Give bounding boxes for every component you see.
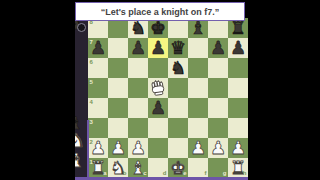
square-c7[interactable]: ♟ — [128, 38, 148, 58]
square-d6[interactable] — [148, 58, 168, 78]
square-h6[interactable] — [228, 58, 248, 78]
black-pawn[interactable]: ♟ — [210, 38, 226, 58]
square-f5[interactable] — [188, 78, 208, 98]
square-d2[interactable] — [148, 138, 168, 158]
white-rook[interactable]: ♜ — [230, 158, 246, 178]
black-knight[interactable]: ♞ — [170, 58, 186, 78]
white-bishop[interactable]: ♝ — [130, 158, 146, 178]
square-a7[interactable]: 7♟ — [88, 38, 108, 58]
file-label-d: d — [163, 170, 167, 176]
black-bishop[interactable]: ♝ — [190, 18, 206, 38]
square-d8[interactable]: ♚ — [148, 18, 168, 38]
square-f7[interactable] — [188, 38, 208, 58]
square-c4[interactable] — [128, 98, 148, 118]
square-e4[interactable] — [168, 98, 188, 118]
file-label-g: g — [223, 170, 227, 176]
white-pawn[interactable]: ♟ — [230, 138, 246, 158]
square-a2[interactable]: 2♟ — [88, 138, 108, 158]
black-knight[interactable]: ♞ — [130, 18, 146, 38]
square-a3[interactable]: 3 — [88, 118, 108, 138]
square-g8[interactable] — [208, 18, 228, 38]
square-e2[interactable] — [168, 138, 188, 158]
purple-edge-line — [87, 120, 89, 179]
rank-label-5: 5 — [90, 79, 93, 85]
square-b7[interactable] — [108, 38, 128, 58]
white-pawn[interactable]: ♟ — [130, 138, 146, 158]
square-d4[interactable]: ♟ — [148, 98, 168, 118]
square-c6[interactable] — [128, 58, 148, 78]
square-b4[interactable] — [108, 98, 128, 118]
square-b3[interactable] — [108, 118, 128, 138]
black-pawn[interactable]: ♟ — [150, 98, 166, 118]
rank-label-4: 4 — [90, 99, 93, 105]
square-f3[interactable] — [188, 118, 208, 138]
file-label-f: f — [205, 170, 207, 176]
rank-label-6: 6 — [90, 59, 93, 65]
square-d1[interactable]: d — [148, 158, 168, 178]
white-pawn[interactable]: ♟ — [210, 138, 226, 158]
square-b2[interactable]: ♟ — [108, 138, 128, 158]
tray-white-knight[interactable]: ♞ — [75, 131, 85, 150]
square-g6[interactable] — [208, 58, 228, 78]
square-f1[interactable]: f — [188, 158, 208, 178]
square-g3[interactable] — [208, 118, 228, 138]
square-a6[interactable]: 6 — [88, 58, 108, 78]
caption-bar: “Let's place a knight on f7.” — [75, 2, 245, 21]
square-g7[interactable]: ♟ — [208, 38, 228, 58]
square-g1[interactable]: g — [208, 158, 228, 178]
square-g4[interactable] — [208, 98, 228, 118]
square-f6[interactable] — [188, 58, 208, 78]
square-e7[interactable]: ♛ — [168, 38, 188, 58]
tray-white-bishop[interactable]: ♝ — [75, 151, 85, 170]
square-h1[interactable]: h♜ — [228, 158, 248, 178]
black-queen[interactable]: ♛ — [170, 38, 186, 58]
black-rook[interactable]: ♜ — [230, 18, 246, 38]
square-a8[interactable]: 8 — [88, 18, 108, 38]
square-g5[interactable] — [208, 78, 228, 98]
square-h2[interactable]: ♟ — [228, 138, 248, 158]
square-h8[interactable]: ♜ — [228, 18, 248, 38]
black-pawn[interactable]: ♟ — [230, 38, 246, 58]
square-c8[interactable]: ♞ — [128, 18, 148, 38]
chess-board[interactable]: 8♞♚♝♜7♟♟♟♛♟♟6♞54♟32♟♟♟♟♟♟1a♜b♞c♝de♚fgh♜ — [88, 18, 248, 178]
square-h4[interactable] — [228, 98, 248, 118]
square-c2[interactable]: ♟ — [128, 138, 148, 158]
square-a5[interactable]: 5 — [88, 78, 108, 98]
caption-text: “Let's place a knight on f7.” — [101, 7, 220, 17]
square-b1[interactable]: b♞ — [108, 158, 128, 178]
square-a4[interactable]: 4 — [88, 98, 108, 118]
white-knight[interactable]: ♞ — [110, 158, 126, 178]
square-b8[interactable] — [108, 18, 128, 38]
white-pawn[interactable]: ♟ — [90, 138, 106, 158]
square-b5[interactable] — [108, 78, 128, 98]
rank-label-3: 3 — [90, 119, 93, 125]
square-e1[interactable]: e♚ — [168, 158, 188, 178]
square-e8[interactable] — [168, 18, 188, 38]
square-c5[interactable] — [128, 78, 148, 98]
square-a1[interactable]: 1a♜ — [88, 158, 108, 178]
square-b6[interactable] — [108, 58, 128, 78]
square-f8[interactable]: ♝ — [188, 18, 208, 38]
clock-icon — [77, 23, 86, 32]
square-h3[interactable] — [228, 118, 248, 138]
white-rook[interactable]: ♜ — [90, 158, 106, 178]
square-f2[interactable]: ♟ — [188, 138, 208, 158]
black-king[interactable]: ♚ — [150, 18, 166, 38]
purple-bottom-bar — [75, 177, 248, 180]
white-pawn[interactable]: ♟ — [190, 138, 206, 158]
square-c1[interactable]: c♝ — [128, 158, 148, 178]
square-c3[interactable] — [128, 118, 148, 138]
square-e6[interactable]: ♞ — [168, 58, 188, 78]
white-pawn[interactable]: ♟ — [110, 138, 126, 158]
square-h5[interactable] — [228, 78, 248, 98]
hand-glove-icon — [149, 79, 167, 97]
black-pawn[interactable]: ♟ — [150, 38, 166, 58]
black-pawn[interactable]: ♟ — [130, 38, 146, 58]
square-e5[interactable] — [168, 78, 188, 98]
black-pawn[interactable]: ♟ — [90, 38, 106, 58]
square-h7[interactable]: ♟ — [228, 38, 248, 58]
square-e3[interactable] — [168, 118, 188, 138]
white-king[interactable]: ♚ — [170, 158, 186, 178]
square-d5[interactable] — [148, 78, 168, 98]
square-g2[interactable]: ♟ — [208, 138, 228, 158]
square-d7[interactable]: ♟ — [148, 38, 168, 58]
video-frame: “Let's place a knight on f7.” ♞♝♞♝ 8♞♚♝♜… — [0, 0, 320, 180]
square-d3[interactable] — [148, 118, 168, 138]
square-f4[interactable] — [188, 98, 208, 118]
